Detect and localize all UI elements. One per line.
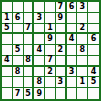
given-digit: 3 bbox=[57, 78, 63, 86]
cell-r1c5[interactable] bbox=[45, 2, 56, 13]
cell-r8c9[interactable]: 5 bbox=[88, 77, 99, 88]
cell-r9c4[interactable]: 9 bbox=[34, 88, 45, 99]
cell-r7c8[interactable] bbox=[77, 67, 88, 78]
given-digit: 8 bbox=[15, 68, 21, 76]
cell-r9c6[interactable] bbox=[56, 88, 67, 99]
given-digit: 4 bbox=[91, 68, 97, 76]
given-digit: 8 bbox=[80, 46, 86, 54]
given-digit: 4 bbox=[69, 35, 75, 43]
given-digit: 5 bbox=[91, 78, 97, 86]
cell-r7c3[interactable] bbox=[24, 67, 35, 78]
given-digit: 1 bbox=[80, 78, 86, 86]
cell-r6c2[interactable] bbox=[13, 56, 24, 67]
cell-r3c8[interactable]: 2 bbox=[77, 24, 88, 35]
cell-r3c4[interactable] bbox=[34, 24, 45, 35]
given-digit: 2 bbox=[57, 46, 63, 54]
cell-r7c2[interactable]: 8 bbox=[13, 67, 24, 78]
cell-r7c5[interactable]: 2 bbox=[45, 67, 56, 78]
cell-r9c1[interactable] bbox=[2, 88, 13, 99]
given-digit: 6 bbox=[69, 3, 75, 11]
cell-r6c3[interactable]: 8 bbox=[24, 56, 35, 67]
cell-r2c7[interactable] bbox=[67, 13, 78, 24]
cell-r2c1[interactable]: 1 bbox=[2, 13, 13, 24]
cell-r6c5[interactable]: 7 bbox=[45, 56, 56, 67]
given-digit: 3 bbox=[80, 3, 86, 11]
cell-r7c9[interactable]: 4 bbox=[88, 67, 99, 78]
given-digit: 2 bbox=[47, 68, 53, 76]
cell-r6c6[interactable] bbox=[56, 56, 67, 67]
cell-r2c8[interactable] bbox=[77, 13, 88, 24]
sudoku-board: 76316395712946542848782348315759 bbox=[0, 0, 101, 101]
cell-r1c3[interactable] bbox=[24, 2, 35, 13]
cell-r6c7[interactable] bbox=[67, 56, 78, 67]
cell-r5c3[interactable] bbox=[24, 45, 35, 56]
cell-r3c3[interactable]: 7 bbox=[24, 24, 35, 35]
cell-r2c9[interactable] bbox=[88, 13, 99, 24]
cell-r5c9[interactable] bbox=[88, 45, 99, 56]
cell-r6c4[interactable] bbox=[34, 56, 45, 67]
cell-r9c9[interactable] bbox=[88, 88, 99, 99]
cell-r6c9[interactable] bbox=[88, 56, 99, 67]
cell-r4c3[interactable] bbox=[24, 34, 35, 45]
given-digit: 8 bbox=[25, 56, 31, 64]
given-digit: 7 bbox=[15, 90, 21, 98]
cell-r9c3[interactable]: 5 bbox=[24, 88, 35, 99]
given-digit: 2 bbox=[80, 24, 86, 32]
given-digit: 1 bbox=[47, 24, 53, 32]
cell-r2c6[interactable]: 9 bbox=[56, 13, 67, 24]
cell-r4c1[interactable] bbox=[2, 34, 13, 45]
cell-r8c3[interactable] bbox=[24, 77, 35, 88]
cell-r8c1[interactable] bbox=[2, 77, 13, 88]
given-digit: 7 bbox=[57, 3, 63, 11]
given-digit: 9 bbox=[57, 14, 63, 22]
cell-r1c7[interactable]: 6 bbox=[67, 2, 78, 13]
cell-r6c8[interactable] bbox=[77, 56, 88, 67]
cell-r9c7[interactable] bbox=[67, 88, 78, 99]
given-digit: 3 bbox=[36, 14, 42, 22]
given-digit: 4 bbox=[36, 46, 42, 54]
cell-r9c2[interactable]: 7 bbox=[13, 88, 24, 99]
given-digit: 9 bbox=[47, 35, 53, 43]
cell-r8c7[interactable] bbox=[67, 77, 78, 88]
cell-r2c2[interactable]: 6 bbox=[13, 13, 24, 24]
cell-r5c4[interactable]: 4 bbox=[34, 45, 45, 56]
given-digit: 9 bbox=[36, 90, 42, 98]
cell-r1c2[interactable] bbox=[13, 2, 24, 13]
cell-r7c7[interactable]: 3 bbox=[67, 67, 78, 78]
given-digit: 6 bbox=[15, 14, 21, 22]
cell-r5c2[interactable]: 5 bbox=[13, 45, 24, 56]
given-digit: 3 bbox=[69, 68, 75, 76]
cell-r1c9[interactable] bbox=[88, 2, 99, 13]
given-digit: 8 bbox=[36, 78, 42, 86]
cell-r9c8[interactable] bbox=[77, 88, 88, 99]
cell-r5c8[interactable]: 8 bbox=[77, 45, 88, 56]
given-digit: 5 bbox=[15, 46, 21, 54]
cell-r8c5[interactable] bbox=[45, 77, 56, 88]
cell-r3c7[interactable] bbox=[67, 24, 78, 35]
cell-r5c5[interactable] bbox=[45, 45, 56, 56]
cell-r1c6[interactable]: 7 bbox=[56, 2, 67, 13]
cell-r3c2[interactable] bbox=[13, 24, 24, 35]
cell-r1c8[interactable]: 3 bbox=[77, 2, 88, 13]
cell-r2c4[interactable]: 3 bbox=[34, 13, 45, 24]
cell-r8c2[interactable] bbox=[13, 77, 24, 88]
cell-r2c5[interactable] bbox=[45, 13, 56, 24]
cell-r8c8[interactable]: 1 bbox=[77, 77, 88, 88]
cell-r4c7[interactable]: 4 bbox=[67, 34, 78, 45]
cell-r5c1[interactable] bbox=[2, 45, 13, 56]
cell-r3c9[interactable] bbox=[88, 24, 99, 35]
cell-r4c6[interactable] bbox=[56, 34, 67, 45]
cell-r5c6[interactable]: 2 bbox=[56, 45, 67, 56]
cell-r7c6[interactable] bbox=[56, 67, 67, 78]
cell-r7c1[interactable] bbox=[2, 67, 13, 78]
cell-r2c3[interactable] bbox=[24, 13, 35, 24]
cell-r5c7[interactable] bbox=[67, 45, 78, 56]
cell-r3c6[interactable] bbox=[56, 24, 67, 35]
cell-r1c4[interactable] bbox=[34, 2, 45, 13]
given-digit: 5 bbox=[4, 24, 10, 32]
cell-r4c5[interactable]: 9 bbox=[45, 34, 56, 45]
cell-r8c6[interactable]: 3 bbox=[56, 77, 67, 88]
cell-r9c5[interactable] bbox=[45, 88, 56, 99]
cell-r7c4[interactable] bbox=[34, 67, 45, 78]
given-digit: 1 bbox=[4, 14, 10, 22]
given-digit: 5 bbox=[25, 90, 31, 98]
cell-r6c1[interactable]: 4 bbox=[2, 56, 13, 67]
cell-r8c4[interactable]: 8 bbox=[34, 77, 45, 88]
cell-r4c4[interactable] bbox=[34, 34, 45, 45]
cell-r1c1[interactable] bbox=[2, 2, 13, 13]
cell-r3c1[interactable]: 5 bbox=[2, 24, 13, 35]
cell-r4c8[interactable] bbox=[77, 34, 88, 45]
given-digit: 6 bbox=[91, 35, 97, 43]
given-digit: 7 bbox=[47, 56, 53, 64]
cell-r4c2[interactable] bbox=[13, 34, 24, 45]
given-digit: 7 bbox=[25, 24, 31, 32]
cell-r3c5[interactable]: 1 bbox=[45, 24, 56, 35]
cell-r4c9[interactable]: 6 bbox=[88, 34, 99, 45]
given-digit: 4 bbox=[4, 56, 10, 64]
